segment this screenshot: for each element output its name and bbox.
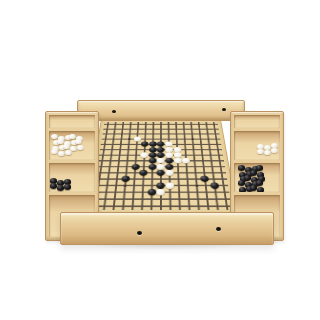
white-tray-stone — [58, 151, 65, 156]
white-stone — [165, 147, 173, 152]
white-stone-pile — [234, 131, 280, 160]
white-tray-stone — [69, 134, 76, 139]
star-point — [128, 138, 131, 140]
product-photo — [0, 0, 320, 320]
white-stone — [174, 152, 182, 157]
black-stone — [149, 142, 157, 147]
white-stone — [133, 137, 141, 142]
white-stone — [140, 152, 148, 157]
black-stone — [149, 147, 157, 152]
black-stone — [131, 164, 139, 170]
black-tray-stone — [64, 184, 71, 190]
black-stone — [157, 152, 165, 157]
black-tray-stone — [238, 180, 245, 186]
white-tray-stone — [257, 149, 264, 154]
white-stone — [166, 182, 175, 188]
black-tray-stone — [256, 180, 263, 186]
screw-dot — [222, 108, 226, 111]
white-tray-stone — [51, 149, 58, 154]
white-tray-stone — [77, 145, 84, 150]
star-point — [195, 184, 198, 186]
white-tray-stone — [51, 134, 58, 139]
white-stone — [165, 142, 173, 147]
black-stone-pile — [234, 163, 280, 192]
white-tray-stone — [75, 139, 82, 144]
white-tray-stone — [63, 144, 70, 149]
black-tray-stone — [250, 170, 257, 176]
white-stone-pile — [49, 131, 95, 160]
tray-compartment — [49, 115, 95, 128]
black-stone — [157, 170, 165, 176]
black-stone — [139, 170, 147, 176]
star-point — [124, 184, 127, 186]
black-tray-stone — [238, 165, 245, 171]
white-tray-stone — [57, 139, 64, 144]
gomoku-table-set — [0, 0, 320, 320]
board-grid — [90, 122, 233, 210]
black-tray-stone — [57, 185, 64, 191]
go-board — [84, 64, 238, 214]
black-stone — [121, 176, 130, 182]
black-tray-stone — [250, 185, 257, 191]
white-stone — [157, 158, 165, 164]
board-surface — [84, 120, 238, 214]
knob-dot — [137, 231, 142, 235]
white-stone — [157, 189, 166, 196]
knob-dot — [216, 227, 221, 231]
white-tray-stone — [271, 148, 278, 153]
white-tray-stone — [65, 150, 72, 155]
black-stone — [148, 164, 156, 170]
star-point — [191, 138, 194, 140]
black-stone — [165, 158, 173, 164]
white-stone — [157, 164, 165, 170]
black-tray-stone — [244, 175, 251, 181]
black-stone-pile — [49, 163, 95, 192]
white-stone — [173, 147, 181, 152]
black-stone — [141, 142, 149, 147]
black-stone — [165, 164, 173, 170]
black-stone — [157, 142, 165, 147]
black-tray-stone — [50, 183, 57, 189]
black-tray-stone — [256, 165, 263, 171]
black-stone — [149, 152, 157, 157]
front-rail — [60, 212, 274, 245]
screw-dot — [112, 110, 116, 113]
white-stone — [182, 158, 190, 164]
black-tray-stone — [257, 187, 264, 192]
black-tray-stone — [239, 187, 246, 192]
black-stone — [148, 189, 157, 196]
black-stone — [201, 176, 210, 182]
black-stone — [157, 147, 165, 152]
tray-compartment — [234, 115, 280, 128]
black-stone — [157, 182, 165, 188]
black-stone — [210, 182, 219, 188]
white-stone — [166, 170, 174, 176]
white-tray-stone — [264, 150, 271, 155]
back-rail — [77, 100, 245, 121]
white-stone — [174, 158, 182, 164]
black-stone — [149, 158, 157, 164]
white-stone — [165, 152, 173, 157]
